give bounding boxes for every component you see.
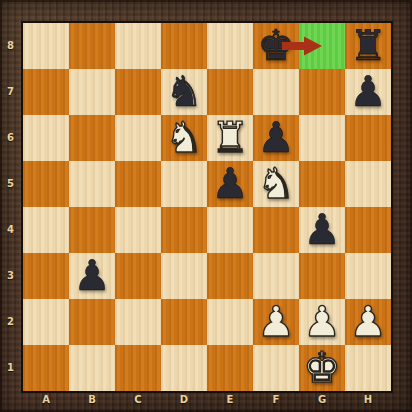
- square-g1[interactable]: ♚: [299, 345, 345, 391]
- square-c4[interactable]: [115, 207, 161, 253]
- black-pawn[interactable]: ♟: [207, 161, 253, 207]
- square-d4[interactable]: [161, 207, 207, 253]
- square-h7[interactable]: ♟: [345, 69, 391, 115]
- square-d3[interactable]: [161, 253, 207, 299]
- square-e6[interactable]: ♜: [207, 115, 253, 161]
- square-d6[interactable]: ♞: [161, 115, 207, 161]
- rank-label-2: 2: [0, 299, 21, 345]
- white-pawn[interactable]: ♟: [253, 299, 299, 345]
- square-d5[interactable]: [161, 161, 207, 207]
- square-c7[interactable]: [115, 69, 161, 115]
- square-h6[interactable]: [345, 115, 391, 161]
- black-pawn[interactable]: ♟: [299, 207, 345, 253]
- file-label-a: A: [23, 392, 69, 407]
- square-c5[interactable]: [115, 161, 161, 207]
- square-d8[interactable]: [161, 23, 207, 69]
- square-c1[interactable]: [115, 345, 161, 391]
- white-knight[interactable]: ♞: [161, 115, 207, 161]
- square-f2[interactable]: ♟: [253, 299, 299, 345]
- square-e2[interactable]: [207, 299, 253, 345]
- white-knight[interactable]: ♞: [253, 161, 299, 207]
- white-king[interactable]: ♚: [299, 345, 345, 391]
- black-king[interactable]: ♚: [253, 23, 299, 69]
- square-e3[interactable]: [207, 253, 253, 299]
- file-label-b: B: [69, 392, 115, 407]
- square-f8[interactable]: ♚: [253, 23, 299, 69]
- square-e8[interactable]: [207, 23, 253, 69]
- square-a1[interactable]: [23, 345, 69, 391]
- square-b6[interactable]: [69, 115, 115, 161]
- square-f3[interactable]: [253, 253, 299, 299]
- square-g4[interactable]: ♟: [299, 207, 345, 253]
- square-h5[interactable]: [345, 161, 391, 207]
- rank-label-8: 8: [0, 23, 21, 69]
- square-f4[interactable]: [253, 207, 299, 253]
- black-knight[interactable]: ♞: [161, 69, 207, 115]
- chess-board: ♚♜♞♟♞♜♟♟♞♟♟♟♟♟♚: [21, 21, 393, 393]
- square-f5[interactable]: ♞: [253, 161, 299, 207]
- square-c3[interactable]: [115, 253, 161, 299]
- square-a4[interactable]: [23, 207, 69, 253]
- square-a7[interactable]: [23, 69, 69, 115]
- square-g6[interactable]: [299, 115, 345, 161]
- square-b5[interactable]: [69, 161, 115, 207]
- square-h8[interactable]: ♜: [345, 23, 391, 69]
- square-g3[interactable]: [299, 253, 345, 299]
- black-pawn[interactable]: ♟: [253, 115, 299, 161]
- file-label-c: C: [115, 392, 161, 407]
- square-e5[interactable]: ♟: [207, 161, 253, 207]
- square-g8[interactable]: [299, 23, 345, 69]
- square-b1[interactable]: [69, 345, 115, 391]
- rank-label-7: 7: [0, 69, 21, 115]
- square-g5[interactable]: [299, 161, 345, 207]
- square-b4[interactable]: [69, 207, 115, 253]
- square-c2[interactable]: [115, 299, 161, 345]
- square-e7[interactable]: [207, 69, 253, 115]
- square-f1[interactable]: [253, 345, 299, 391]
- white-pawn[interactable]: ♟: [345, 299, 391, 345]
- square-f7[interactable]: [253, 69, 299, 115]
- file-label-h: H: [345, 392, 391, 407]
- square-d1[interactable]: [161, 345, 207, 391]
- square-a3[interactable]: [23, 253, 69, 299]
- rank-label-4: 4: [0, 207, 21, 253]
- square-b7[interactable]: [69, 69, 115, 115]
- black-pawn[interactable]: ♟: [69, 253, 115, 299]
- white-pawn[interactable]: ♟: [299, 299, 345, 345]
- board-squares: ♚♜♞♟♞♜♟♟♞♟♟♟♟♟♚: [23, 23, 391, 391]
- square-h3[interactable]: [345, 253, 391, 299]
- square-e1[interactable]: [207, 345, 253, 391]
- square-a2[interactable]: [23, 299, 69, 345]
- white-rook[interactable]: ♜: [207, 115, 253, 161]
- square-f6[interactable]: ♟: [253, 115, 299, 161]
- square-b8[interactable]: [69, 23, 115, 69]
- square-d7[interactable]: ♞: [161, 69, 207, 115]
- square-c8[interactable]: [115, 23, 161, 69]
- square-b2[interactable]: [69, 299, 115, 345]
- square-a6[interactable]: [23, 115, 69, 161]
- file-label-f: F: [253, 392, 299, 407]
- black-pawn[interactable]: ♟: [345, 69, 391, 115]
- file-label-g: G: [299, 392, 345, 407]
- square-a5[interactable]: [23, 161, 69, 207]
- file-label-e: E: [207, 392, 253, 407]
- square-b3[interactable]: ♟: [69, 253, 115, 299]
- square-e4[interactable]: [207, 207, 253, 253]
- square-h1[interactable]: [345, 345, 391, 391]
- chess-board-frame: ♚♜♞♟♞♜♟♟♞♟♟♟♟♟♚ 87654321ABCDEFGH: [0, 0, 412, 412]
- square-c6[interactable]: [115, 115, 161, 161]
- square-a8[interactable]: [23, 23, 69, 69]
- rank-label-5: 5: [0, 161, 21, 207]
- rank-label-6: 6: [0, 115, 21, 161]
- square-g7[interactable]: [299, 69, 345, 115]
- rank-label-1: 1: [0, 345, 21, 391]
- rank-label-3: 3: [0, 253, 21, 299]
- square-g2[interactable]: ♟: [299, 299, 345, 345]
- square-h2[interactable]: ♟: [345, 299, 391, 345]
- square-d2[interactable]: [161, 299, 207, 345]
- file-label-d: D: [161, 392, 207, 407]
- square-h4[interactable]: [345, 207, 391, 253]
- black-rook[interactable]: ♜: [345, 23, 391, 69]
